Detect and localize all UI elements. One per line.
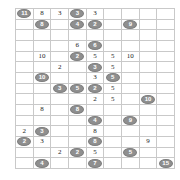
cell-r2c5[interactable]: 2	[87, 20, 105, 31]
cell-r1c1[interactable]: 11	[16, 9, 34, 20]
cell-r9c6[interactable]: 5	[104, 94, 122, 105]
plain-number: 10	[127, 53, 134, 60]
cell-r3c5[interactable]	[87, 30, 105, 41]
cell-r9c9[interactable]	[157, 94, 175, 105]
cell-r14c2[interactable]	[34, 148, 52, 159]
cell-r10c4[interactable]: 8	[69, 105, 87, 116]
cell-r13c6[interactable]	[104, 137, 122, 148]
circled-number: 3	[70, 9, 84, 18]
circled-number: 2	[17, 137, 31, 146]
cell-r13c8[interactable]: 9	[140, 137, 158, 148]
plain-number: 5	[111, 96, 115, 103]
plain-number: 2	[58, 149, 62, 156]
cell-r15c2[interactable]: 4	[34, 158, 52, 169]
cell-r14c7[interactable]: 5	[122, 148, 140, 159]
cell-r6c8[interactable]	[140, 62, 158, 73]
circled-number: 5	[106, 73, 120, 82]
cell-r4c7[interactable]	[122, 41, 140, 52]
circled-number: 2	[88, 84, 102, 93]
plain-number: 5	[93, 149, 97, 156]
cell-r7c8[interactable]	[140, 73, 158, 84]
cell-r1c8[interactable]	[140, 9, 158, 20]
cell-r7c5[interactable]: 3	[87, 73, 105, 84]
circled-number: 2	[70, 52, 84, 61]
cell-r14c5[interactable]: 5	[87, 148, 105, 159]
circled-number: 5	[70, 84, 84, 93]
cell-r6c7[interactable]	[122, 62, 140, 73]
cell-r12c4[interactable]	[69, 126, 87, 137]
cell-r14c3[interactable]: 2	[51, 148, 69, 159]
cell-r1c5[interactable]: 3	[87, 9, 105, 20]
cell-r14c6[interactable]	[104, 148, 122, 159]
cell-r15c1[interactable]	[16, 158, 34, 169]
plain-number: 9	[146, 138, 150, 145]
circled-number: 8	[70, 105, 84, 114]
cell-r10c3[interactable]	[51, 105, 69, 116]
cell-r9c8[interactable]: 10	[140, 94, 158, 105]
cell-r5c8[interactable]	[140, 52, 158, 63]
cell-r12c5[interactable]: 8	[87, 126, 105, 137]
cell-r7c4[interactable]	[69, 73, 87, 84]
cell-r6c9[interactable]	[157, 62, 175, 73]
cell-r2c2[interactable]: 8	[34, 20, 52, 31]
cell-r15c7[interactable]	[122, 158, 140, 169]
cell-r7c2[interactable]: 10	[34, 73, 52, 84]
cell-r1c7[interactable]	[122, 9, 140, 20]
cell-r6c1[interactable]	[16, 62, 34, 73]
circled-number: 15	[159, 159, 173, 168]
cell-r12c1[interactable]: 2	[16, 126, 34, 137]
cell-r5c6[interactable]: 5	[104, 52, 122, 63]
circled-number: 5	[123, 148, 137, 157]
cell-r13c5[interactable]: 8	[87, 137, 105, 148]
cell-r10c7[interactable]	[122, 105, 140, 116]
puzzle-board: 1183338429661025510235103535252510884923…	[15, 8, 175, 169]
cell-r15c3[interactable]	[51, 158, 69, 169]
cell-r6c2[interactable]	[34, 62, 52, 73]
cell-r12c9[interactable]	[157, 126, 175, 137]
cell-r1c4[interactable]: 3	[69, 9, 87, 20]
circled-number: 4	[35, 159, 49, 168]
cell-r9c2[interactable]	[34, 94, 52, 105]
plain-number: 2	[58, 64, 62, 71]
cell-r8c8[interactable]	[140, 84, 158, 95]
cell-r8c6[interactable]: 5	[104, 84, 122, 95]
circled-number: 8	[35, 20, 49, 29]
cell-r8c5[interactable]: 2	[87, 84, 105, 95]
circled-number: 8	[88, 137, 102, 146]
cell-r15c8[interactable]	[140, 158, 158, 169]
cell-r12c7[interactable]	[122, 126, 140, 137]
cell-r8c3[interactable]: 3	[51, 84, 69, 95]
cell-r9c5[interactable]: 2	[87, 94, 105, 105]
cell-r3c3[interactable]	[51, 30, 69, 41]
cell-r6c3[interactable]: 2	[51, 62, 69, 73]
cell-r4c6[interactable]	[104, 41, 122, 52]
circled-number: 9	[123, 116, 137, 125]
cell-r10c8[interactable]	[140, 105, 158, 116]
cell-r12c2[interactable]: 3	[34, 126, 52, 137]
cell-r4c1[interactable]	[16, 41, 34, 52]
circled-number: 2	[70, 148, 84, 157]
plain-number: 3	[93, 10, 97, 17]
cell-r14c4[interactable]: 2	[69, 148, 87, 159]
cell-r3c9[interactable]	[157, 30, 175, 41]
cell-r2c6[interactable]	[104, 20, 122, 31]
cell-r5c3[interactable]	[51, 52, 69, 63]
cell-r2c1[interactable]	[16, 20, 34, 31]
cell-r15c9[interactable]: 15	[157, 158, 175, 169]
cell-r9c7[interactable]	[122, 94, 140, 105]
cell-r4c9[interactable]	[157, 41, 175, 52]
plain-number: 2	[23, 128, 27, 135]
cell-r14c8[interactable]	[140, 148, 158, 159]
circled-number: 7	[88, 159, 102, 168]
cell-r4c4[interactable]: 6	[69, 41, 87, 52]
cell-r12c8[interactable]	[140, 126, 158, 137]
cell-r11c8[interactable]	[140, 116, 158, 127]
cell-r3c7[interactable]	[122, 30, 140, 41]
cell-r13c2[interactable]: 3	[34, 137, 52, 148]
plain-number: 5	[93, 53, 97, 60]
cell-r5c5[interactable]: 5	[87, 52, 105, 63]
cell-r10c6[interactable]	[104, 105, 122, 116]
circled-number: 11	[17, 9, 31, 18]
cell-r3c2[interactable]	[34, 30, 52, 41]
cell-r5c1[interactable]	[16, 52, 34, 63]
cell-r6c5[interactable]: 3	[87, 62, 105, 73]
plain-number: 8	[40, 10, 44, 17]
circled-number: 10	[35, 73, 49, 82]
plain-number: 8	[40, 106, 44, 113]
cell-r2c3[interactable]	[51, 20, 69, 31]
cell-r11c3[interactable]	[51, 116, 69, 127]
cell-r7c9[interactable]	[157, 73, 175, 84]
plain-number: 3	[58, 10, 62, 17]
cell-r14c1[interactable]	[16, 148, 34, 159]
cell-r12c3[interactable]	[51, 126, 69, 137]
cell-r11c2[interactable]	[34, 116, 52, 127]
cell-r13c9[interactable]	[157, 137, 175, 148]
circled-number: 3	[53, 84, 67, 93]
cell-r8c1[interactable]	[16, 84, 34, 95]
cell-r9c3[interactable]	[51, 94, 69, 105]
cell-r3c4[interactable]	[69, 30, 87, 41]
cell-r8c9[interactable]	[157, 84, 175, 95]
cell-r8c4[interactable]: 5	[69, 84, 87, 95]
circled-number: 4	[88, 116, 102, 125]
cell-r4c3[interactable]	[51, 41, 69, 52]
plain-number: 10	[38, 53, 45, 60]
cell-r11c7[interactable]: 9	[122, 116, 140, 127]
cell-r10c2[interactable]: 8	[34, 105, 52, 116]
cell-r2c4[interactable]: 4	[69, 20, 87, 31]
cell-r1c9[interactable]	[157, 9, 175, 20]
circled-number: 3	[88, 63, 102, 72]
cell-r2c7[interactable]: 9	[122, 20, 140, 31]
plain-number: 3	[93, 74, 97, 81]
cell-r3c8[interactable]	[140, 30, 158, 41]
cell-r13c7[interactable]	[122, 137, 140, 148]
cell-r10c9[interactable]	[157, 105, 175, 116]
cell-r13c3[interactable]	[51, 137, 69, 148]
cell-r5c9[interactable]	[157, 52, 175, 63]
cell-r4c2[interactable]	[34, 41, 52, 52]
plain-number: 8	[93, 128, 97, 135]
cell-r6c6[interactable]: 5	[104, 62, 122, 73]
cell-r8c2[interactable]	[34, 84, 52, 95]
cell-r2c9[interactable]	[157, 20, 175, 31]
cell-r5c4[interactable]: 2	[69, 52, 87, 63]
cell-r4c8[interactable]	[140, 41, 158, 52]
circled-number: 6	[88, 41, 102, 50]
plain-number: 3	[40, 138, 44, 145]
cell-r15c4[interactable]	[69, 158, 87, 169]
cell-r7c6[interactable]: 5	[104, 73, 122, 84]
cell-r15c5[interactable]: 7	[87, 158, 105, 169]
cell-r1c3[interactable]: 3	[51, 9, 69, 20]
cell-r11c5[interactable]: 4	[87, 116, 105, 127]
cell-r5c2[interactable]: 10	[34, 52, 52, 63]
plain-number: 2	[93, 96, 97, 103]
cell-r11c6[interactable]	[104, 116, 122, 127]
cell-r4c5[interactable]: 6	[87, 41, 105, 52]
cell-r10c5[interactable]	[87, 105, 105, 116]
cell-r12c6[interactable]	[104, 126, 122, 137]
cell-r11c4[interactable]	[69, 116, 87, 127]
cell-r11c1[interactable]	[16, 116, 34, 127]
cell-r13c1[interactable]: 2	[16, 137, 34, 148]
cell-r7c3[interactable]	[51, 73, 69, 84]
plain-number: 6	[76, 42, 80, 49]
cell-r9c4[interactable]	[69, 94, 87, 105]
cell-r7c7[interactable]	[122, 73, 140, 84]
circled-number: 10	[141, 95, 155, 104]
circled-number: 3	[35, 127, 49, 136]
cell-r1c2[interactable]: 8	[34, 9, 52, 20]
cell-r10c1[interactable]	[16, 105, 34, 116]
cell-r5c7[interactable]: 10	[122, 52, 140, 63]
cell-r7c1[interactable]	[16, 73, 34, 84]
cell-r14c9[interactable]	[157, 148, 175, 159]
cell-r11c9[interactable]	[157, 116, 175, 127]
plain-number: 5	[111, 64, 115, 71]
cell-r13c4[interactable]	[69, 137, 87, 148]
circled-number: 2	[88, 20, 102, 29]
plain-number: 5	[111, 53, 115, 60]
cell-r2c8[interactable]	[140, 20, 158, 31]
plain-number: 5	[111, 85, 115, 92]
cell-r6c4[interactable]	[69, 62, 87, 73]
cell-r9c1[interactable]	[16, 94, 34, 105]
circled-number: 4	[70, 20, 84, 29]
cell-r3c6[interactable]	[104, 30, 122, 41]
cell-r15c6[interactable]	[104, 158, 122, 169]
cell-r3c1[interactable]	[16, 30, 34, 41]
circled-number: 9	[123, 20, 137, 29]
cell-r1c6[interactable]	[104, 9, 122, 20]
cell-r8c7[interactable]	[122, 84, 140, 95]
